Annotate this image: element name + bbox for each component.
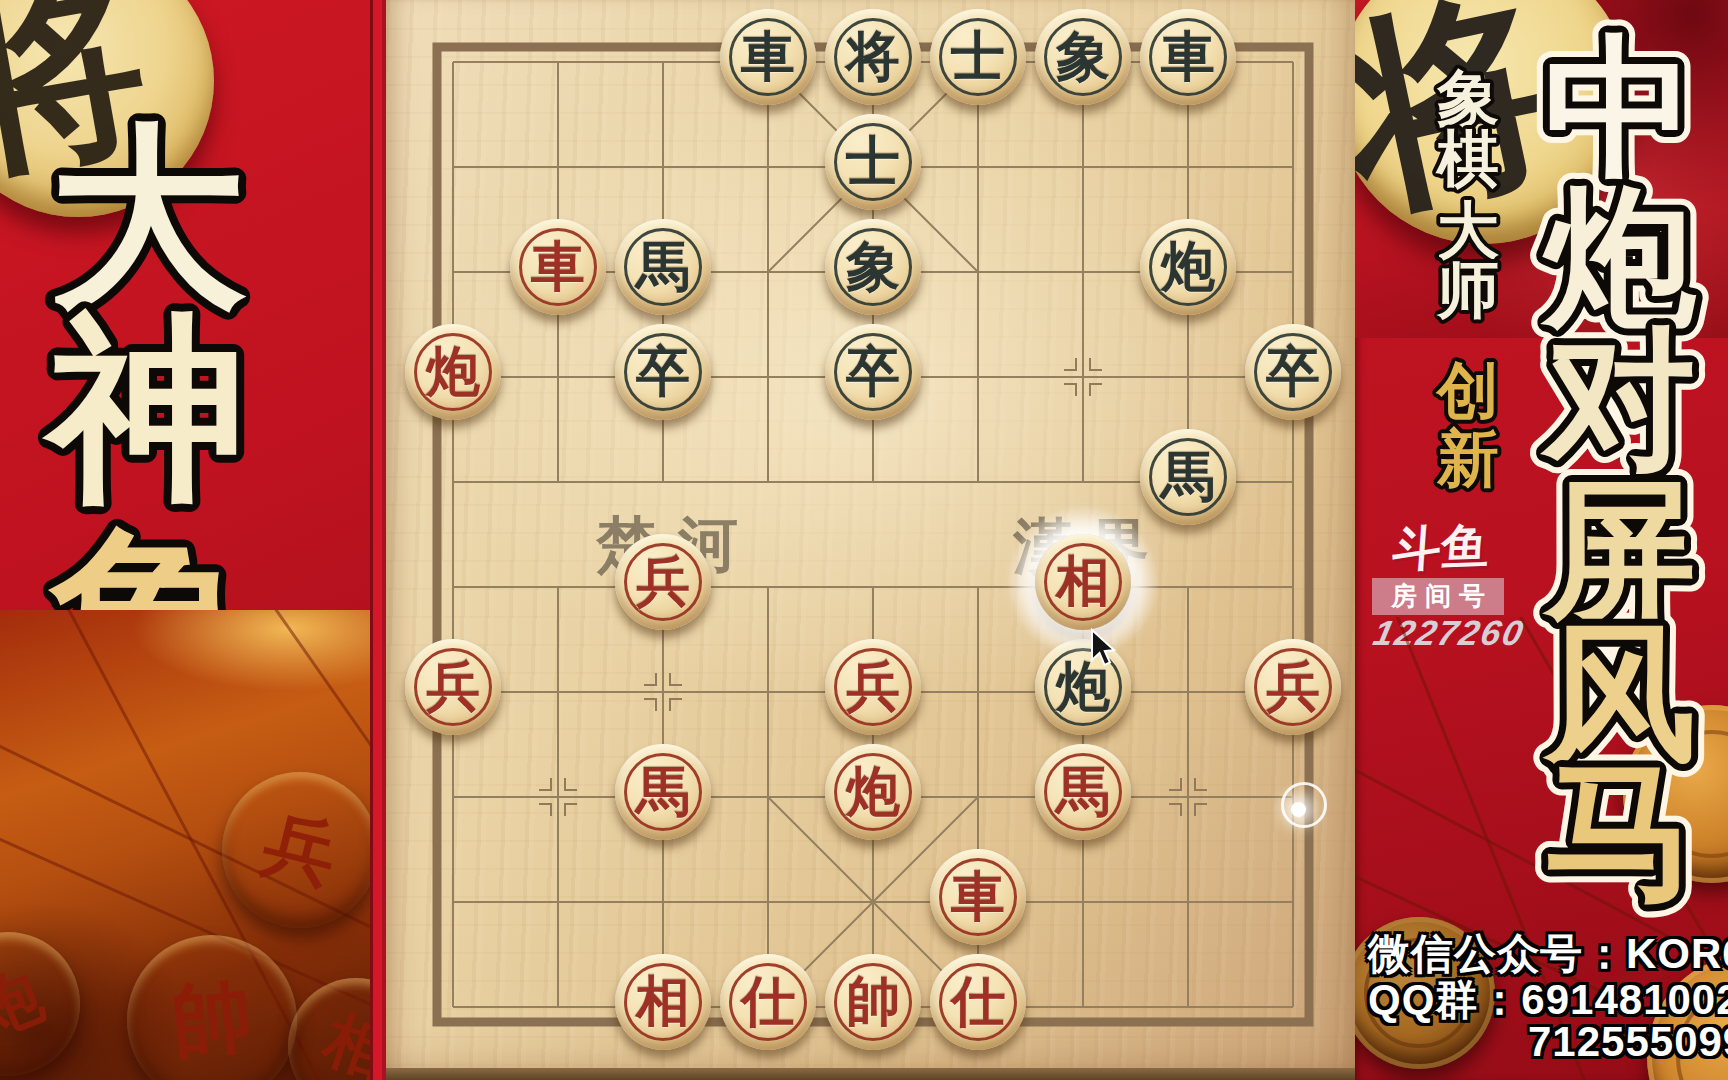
- piece-glyph: 士: [825, 114, 921, 210]
- left-title-char-2: 神: [41, 301, 247, 520]
- photo-piece: 帥: [127, 935, 297, 1080]
- photo-piece: 兵: [222, 772, 370, 928]
- piece-black-horse[interactable]: 馬: [615, 219, 711, 315]
- subtitle-char: 大: [1437, 197, 1499, 265]
- title-main: 中 炮 对 屏 风 马: [1540, 25, 1697, 917]
- piece-glyph: 卒: [615, 324, 711, 420]
- left-banner-panel: 将 大 神 象 棋 兵 帥 炮 相: [0, 0, 370, 1080]
- piece-black-elephant[interactable]: 象: [825, 219, 921, 315]
- piece-red-elephant[interactable]: 相: [1035, 534, 1131, 630]
- piece-glyph: 仕: [930, 954, 1026, 1050]
- piece-glyph: 将: [825, 9, 921, 105]
- piece-glyph: 馬: [615, 744, 711, 840]
- piece-glyph: 炮: [825, 744, 921, 840]
- piece-glyph: 車: [510, 219, 606, 315]
- piece-black-cannon[interactable]: 炮: [1140, 219, 1236, 315]
- piece-glyph: 相: [615, 954, 711, 1050]
- right-banner-panel: 将 象 棋 大 师 创 新 斗鱼 房间号 1227260 中 炮 对: [1355, 0, 1728, 1080]
- last-move-source-glow: [1291, 802, 1306, 817]
- piece-red-chariot[interactable]: 車: [510, 219, 606, 315]
- piece-black-chariot[interactable]: 車: [720, 9, 816, 105]
- piece-glyph: 象: [825, 219, 921, 315]
- piece-black-chariot[interactable]: 車: [1140, 9, 1236, 105]
- piece-red-cannon[interactable]: 炮: [405, 324, 501, 420]
- piece-black-soldier[interactable]: 卒: [1245, 324, 1341, 420]
- piece-red-soldier[interactable]: 兵: [615, 534, 711, 630]
- main-title-char-6: 马: [1544, 749, 1696, 917]
- piece-glyph: 馬: [1035, 744, 1131, 840]
- piece-black-advisor[interactable]: 士: [825, 114, 921, 210]
- piece-black-advisor[interactable]: 士: [930, 9, 1026, 105]
- piece-glyph: 兵: [825, 639, 921, 735]
- photo-piece: 相: [288, 978, 370, 1080]
- piece-glyph: 仕: [720, 954, 816, 1050]
- main-title-char-3: 对: [1540, 317, 1696, 485]
- screen: 将 大 神 象 棋 兵 帥 炮 相 楚河 漢界 車将士象車士馬: [0, 0, 1728, 1080]
- piece-glyph: 車: [1140, 9, 1236, 105]
- piece-glyph: 兵: [1245, 639, 1341, 735]
- piece-glyph: 馬: [615, 219, 711, 315]
- piece-glyph: 相: [1035, 534, 1131, 630]
- piece-glyph: 卒: [825, 324, 921, 420]
- panel-board-divider: [370, 0, 386, 1080]
- piece-black-soldier[interactable]: 卒: [615, 324, 711, 420]
- piece-red-soldier[interactable]: 兵: [825, 639, 921, 735]
- piece-glyph: 車: [930, 849, 1026, 945]
- left-bottom-board-photo: 兵 帥 炮 相: [0, 610, 370, 1080]
- piece-black-elephant[interactable]: 象: [1035, 9, 1131, 105]
- subtitle2-char: 新: [1436, 425, 1499, 493]
- piece-glyph: 馬: [1140, 429, 1236, 525]
- piece-glyph: 兵: [615, 534, 711, 630]
- piece-black-general[interactable]: 将: [825, 9, 921, 105]
- piece-red-soldier[interactable]: 兵: [405, 639, 501, 735]
- piece-glyph: 炮: [405, 324, 501, 420]
- photo-piece: 炮: [0, 932, 80, 1076]
- piece-glyph: 象: [1035, 9, 1131, 105]
- subtitle-char: 师: [1436, 256, 1499, 324]
- subtitle-char: 棋: [1435, 125, 1499, 193]
- piece-red-soldier[interactable]: 兵: [1245, 639, 1341, 735]
- piece-red-horse[interactable]: 馬: [615, 744, 711, 840]
- piece-red-cannon[interactable]: 炮: [825, 744, 921, 840]
- piece-glyph: 卒: [1245, 324, 1341, 420]
- piece-glyph: 兵: [405, 639, 501, 735]
- subtitle-char: 象: [1436, 65, 1499, 133]
- piece-glyph: 士: [930, 9, 1026, 105]
- board-bottom-rim: [386, 1068, 1355, 1080]
- piece-glyph: 車: [720, 9, 816, 105]
- piece-black-soldier[interactable]: 卒: [825, 324, 921, 420]
- piece-glyph: 炮: [1140, 219, 1236, 315]
- piece-red-advisor[interactable]: 仕: [930, 954, 1026, 1050]
- piece-red-horse[interactable]: 馬: [1035, 744, 1131, 840]
- piece-red-chariot[interactable]: 車: [930, 849, 1026, 945]
- douyu-logo: 斗鱼: [1374, 518, 1508, 579]
- qq-group-number-2: 712555099: [1528, 1018, 1728, 1066]
- main-title-char-1: 中: [1544, 25, 1696, 193]
- mouse-cursor: [1086, 628, 1120, 670]
- subtitle2-char: 创: [1435, 357, 1499, 425]
- piece-red-general[interactable]: 帥: [825, 954, 921, 1050]
- piece-red-elephant[interactable]: 相: [615, 954, 711, 1050]
- piece-glyph: 帥: [825, 954, 921, 1050]
- piece-red-advisor[interactable]: 仕: [720, 954, 816, 1050]
- left-title-char-1: 大: [49, 111, 247, 330]
- room-number-label: 房间号: [1372, 578, 1504, 615]
- piece-black-horse[interactable]: 馬: [1140, 429, 1236, 525]
- right-main-title: 中 炮 对 屏 风 马 中 炮 对 屏 风 马: [1498, 10, 1728, 930]
